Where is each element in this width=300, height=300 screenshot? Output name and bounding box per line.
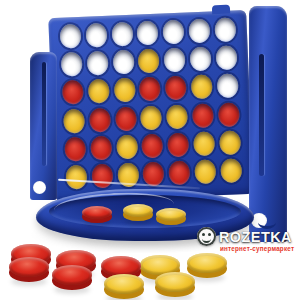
cell-r4c7	[215, 100, 242, 129]
red-disc	[115, 106, 137, 131]
red-disc	[192, 103, 214, 128]
connect-four-board	[48, 10, 254, 202]
cell-r3c6	[188, 73, 215, 102]
left-leg-notch	[33, 181, 46, 194]
yellow-disc	[116, 134, 138, 159]
red-disc	[139, 77, 161, 102]
loose-disc-red	[9, 257, 49, 282]
cell-r3c7	[214, 72, 241, 101]
cell-r2c5	[161, 46, 188, 75]
cell-r1c5	[160, 17, 187, 46]
cell-r2c4	[136, 47, 163, 76]
empty-hole	[164, 48, 186, 73]
cell-r4c4	[138, 103, 165, 132]
cell-r4c3	[112, 104, 139, 133]
red-disc	[90, 135, 112, 160]
empty-hole	[215, 46, 237, 71]
empty-hole	[86, 23, 108, 48]
cell-r2c1	[59, 50, 86, 79]
disc-top	[104, 274, 144, 294]
empty-hole	[190, 47, 212, 72]
red-disc	[65, 137, 87, 162]
cell-r6c2	[89, 161, 116, 190]
watermark-brand: ROZETKA	[219, 229, 292, 245]
loose-disc-yellow	[104, 274, 144, 299]
board-top-tab	[212, 5, 230, 15]
red-disc	[165, 76, 187, 101]
empty-hole	[61, 52, 83, 77]
tray-disc-red	[82, 206, 112, 223]
cell-r1c4	[135, 19, 162, 48]
cell-r3c3	[111, 76, 138, 105]
yellow-disc	[63, 108, 85, 133]
cell-r5c2	[88, 133, 115, 162]
yellow-disc	[140, 105, 162, 130]
yellow-disc	[194, 159, 216, 184]
tray-disc-yellow	[123, 204, 153, 221]
yellow-disc	[114, 78, 136, 103]
board-left-leg	[30, 52, 57, 200]
cell-r6c5	[166, 158, 193, 187]
cell-r4c5	[164, 102, 191, 131]
cell-r2c7	[213, 43, 240, 72]
yellow-disc	[219, 130, 241, 155]
red-disc	[62, 80, 84, 105]
empty-hole	[137, 21, 159, 46]
board-right-leg	[249, 6, 287, 242]
red-disc	[218, 102, 240, 127]
cell-r3c5	[163, 74, 190, 103]
empty-hole	[163, 20, 185, 45]
empty-hole	[87, 51, 109, 76]
cell-r1c1	[57, 22, 84, 51]
red-disc	[142, 133, 164, 158]
red-disc	[91, 164, 113, 189]
tray-disc-yellow	[156, 208, 186, 225]
yellow-disc	[138, 49, 160, 74]
cell-r5c5	[165, 130, 192, 159]
loose-disc-yellow	[155, 272, 195, 297]
cell-r2c6	[187, 45, 214, 74]
yellow-disc	[220, 158, 242, 183]
watermark-tagline: интернет-супермаркет	[220, 245, 299, 252]
right-leg-groove	[259, 54, 264, 176]
cell-r6c1	[63, 162, 90, 191]
cell-r3c1	[60, 78, 87, 107]
cell-r5c6	[191, 129, 218, 158]
cell-r5c4	[139, 131, 166, 160]
yellow-disc	[88, 79, 110, 104]
disc-top	[101, 256, 141, 276]
loose-disc-red	[52, 265, 92, 290]
yellow-disc	[166, 104, 188, 129]
cell-r1c2	[83, 21, 110, 50]
disc-top	[187, 253, 227, 273]
empty-hole	[214, 17, 236, 42]
rozetka-socket-icon	[197, 227, 216, 246]
cell-r6c7	[217, 156, 244, 185]
cell-r4c1	[61, 106, 88, 135]
disc-top	[9, 257, 49, 277]
yellow-disc	[66, 165, 88, 190]
cell-r4c6	[189, 101, 216, 130]
yellow-disc	[193, 131, 215, 156]
disc-top	[52, 265, 92, 285]
empty-hole	[216, 74, 238, 99]
cell-r2c2	[84, 49, 111, 78]
cell-r1c3	[109, 20, 136, 49]
red-disc	[143, 161, 165, 186]
cell-r2c3	[110, 48, 137, 77]
red-disc	[169, 160, 191, 185]
empty-hole	[112, 50, 134, 75]
red-disc	[167, 132, 189, 157]
cell-r3c4	[137, 75, 164, 104]
rozetka-watermark: ROZETKA интернет-супермаркет	[197, 227, 299, 252]
cell-r4c2	[87, 105, 114, 134]
cell-r5c7	[216, 128, 243, 157]
cell-r1c7	[212, 15, 239, 44]
connect-four-product-photo: ROZETKA интернет-супермаркет	[0, 0, 300, 300]
yellow-disc	[191, 75, 213, 100]
empty-hole	[111, 22, 133, 47]
empty-hole	[60, 24, 82, 49]
cell-r5c3	[114, 132, 141, 161]
cell-r6c6	[192, 157, 219, 186]
board-grid	[57, 15, 244, 191]
left-leg-groove	[42, 62, 46, 166]
red-disc	[89, 107, 111, 132]
cell-r1c6	[186, 16, 213, 45]
disc-top	[155, 272, 195, 292]
empty-hole	[188, 19, 210, 44]
cell-r5c1	[62, 134, 89, 163]
cell-r3c2	[85, 77, 112, 106]
